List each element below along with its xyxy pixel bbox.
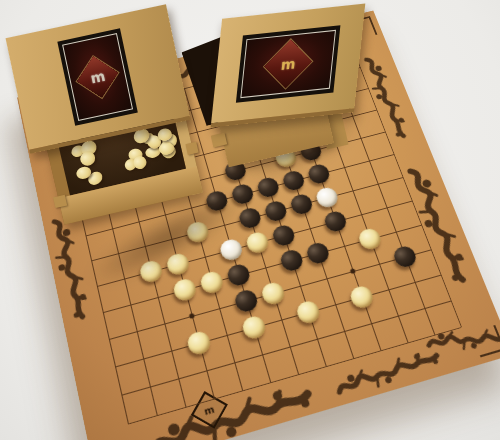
stone-white[interactable] — [348, 284, 376, 310]
stone-black[interactable] — [237, 206, 263, 230]
stone-white[interactable] — [244, 230, 270, 255]
stone-black[interactable] — [255, 176, 281, 200]
stone-black[interactable] — [263, 199, 289, 223]
closed-stone-box[interactable]: m — [186, 8, 348, 176]
finger-joint-tab — [185, 142, 198, 155]
label-diamond: m — [264, 39, 312, 88]
stone-black[interactable] — [271, 223, 297, 248]
stone-white[interactable] — [240, 314, 267, 341]
stone-white[interactable] — [199, 269, 226, 295]
brand-emblem: m — [280, 55, 296, 73]
go-set-photo: m m — [0, 0, 500, 440]
stone-white[interactable] — [295, 299, 323, 326]
lid-label-frame: m — [240, 29, 336, 97]
stone-white[interactable] — [185, 329, 212, 356]
closed-box-lid[interactable]: m — [211, 4, 366, 128]
brand-emblem: m — [89, 68, 107, 87]
lid-label: m — [57, 28, 137, 125]
label-diamond: m — [77, 56, 118, 97]
stone-white[interactable] — [314, 186, 340, 210]
lid-label-frame: m — [62, 33, 133, 121]
open-stone-box[interactable]: m — [16, 20, 208, 226]
lid-label: m — [236, 25, 341, 102]
stone-black[interactable] — [225, 262, 252, 288]
